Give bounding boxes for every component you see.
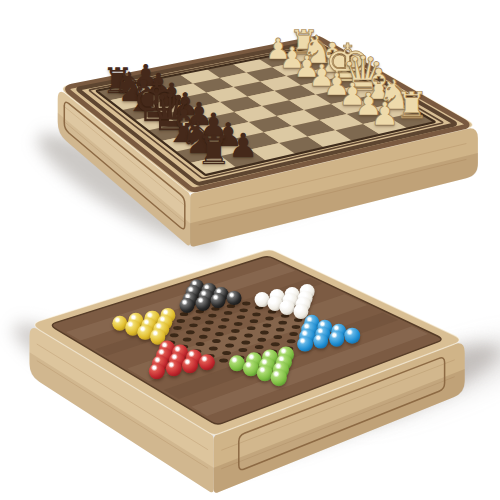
board-hole <box>189 292 197 296</box>
board-hole <box>321 327 330 331</box>
board-hole <box>205 321 214 325</box>
board-hole <box>214 300 222 304</box>
board-hole <box>260 331 269 335</box>
board-hole <box>199 303 207 307</box>
board-hole <box>176 352 185 356</box>
board-hole <box>282 354 291 358</box>
board-hole <box>196 310 204 314</box>
board-hole <box>230 298 238 302</box>
board-hole <box>128 327 137 331</box>
board-hole <box>274 335 283 339</box>
board-hole <box>152 371 161 375</box>
board-hole <box>276 328 285 332</box>
board-hole <box>288 294 296 298</box>
board-hole <box>180 312 188 316</box>
board-hole <box>301 344 310 348</box>
board-hole <box>274 377 283 381</box>
board-hole <box>203 362 212 366</box>
board-hole <box>249 360 258 364</box>
board-hole <box>208 314 216 318</box>
board-hole <box>221 318 229 322</box>
board-hole <box>186 365 195 369</box>
board-hole <box>268 350 277 354</box>
board-hole <box>145 325 154 329</box>
board-hole <box>148 318 156 322</box>
board-hole <box>242 302 250 306</box>
board-hole <box>173 326 182 330</box>
board-hole <box>202 296 210 300</box>
board-hole <box>183 306 191 310</box>
board-hole <box>234 322 243 326</box>
board-hole <box>279 362 288 366</box>
board-hole <box>169 368 178 372</box>
board-hole <box>287 339 296 343</box>
board-hole <box>170 333 179 337</box>
board-hole <box>206 354 215 358</box>
board-hole <box>173 360 182 364</box>
board-hole <box>199 335 208 339</box>
board-hole <box>157 329 166 333</box>
board-hole <box>177 319 185 323</box>
board-hole <box>183 338 192 342</box>
board-hole <box>193 349 202 353</box>
board-hole <box>225 344 234 348</box>
board-hole <box>305 329 314 333</box>
board-hole <box>292 325 301 329</box>
board-hole <box>222 351 231 355</box>
board-hole <box>278 321 287 325</box>
board-hole <box>215 332 224 336</box>
board-hole <box>301 298 309 302</box>
board-hole <box>263 365 272 369</box>
board-hole <box>217 294 225 298</box>
board-hole <box>316 341 325 345</box>
board-hole <box>156 363 165 367</box>
board-hole <box>189 357 198 361</box>
board-hole <box>277 369 286 373</box>
board-hole <box>196 342 205 346</box>
board-hole <box>161 322 170 326</box>
wooden-game-boxes <box>0 0 500 500</box>
board-hole <box>246 368 255 372</box>
board-hole <box>348 335 357 339</box>
board-hole <box>227 304 235 308</box>
board-hole <box>159 355 168 359</box>
board-hole <box>239 348 248 352</box>
board-hole <box>255 306 263 310</box>
board-hole <box>116 323 125 327</box>
board-hole <box>202 328 211 332</box>
board-hole <box>186 299 194 303</box>
board-hole <box>252 353 261 357</box>
board-hole <box>294 318 302 322</box>
board-hole <box>266 357 275 361</box>
board-hole <box>303 336 312 340</box>
product-photo: ♜♞♝♛♚♝♞♜♟♟♟♟♟♟♟♟♟♟♟♟♟♟♟♟♜♞♝♛♚♝♞♜ <box>0 0 500 500</box>
board-hole <box>132 320 141 324</box>
board-hole <box>154 336 163 340</box>
board-hole <box>233 363 242 367</box>
board-hole <box>228 336 237 340</box>
board-hole <box>189 323 198 327</box>
board-hole <box>299 305 307 309</box>
board-hole <box>289 332 298 336</box>
board-hole <box>319 334 328 338</box>
board-hole <box>268 310 276 314</box>
board-hole <box>231 329 240 333</box>
board-hole <box>286 300 294 304</box>
board-hole <box>219 359 228 363</box>
board-hole <box>283 307 291 311</box>
board-hole <box>334 331 343 335</box>
board-hole <box>271 342 280 346</box>
board-hole <box>252 313 260 317</box>
board-hole <box>141 332 150 336</box>
board-hole <box>186 330 195 334</box>
board-hole <box>296 311 304 315</box>
board-hole <box>224 311 232 315</box>
board-hole <box>247 326 256 330</box>
board-hole <box>250 319 258 323</box>
board-hole <box>258 299 266 303</box>
board-hole <box>209 346 218 350</box>
chess-board <box>58 37 478 247</box>
board-hole <box>273 296 281 300</box>
board-hole <box>163 348 172 352</box>
board-hole <box>332 338 341 342</box>
board-hole <box>263 324 272 328</box>
board-hole <box>240 308 248 312</box>
board-hole <box>236 356 245 360</box>
board-hole <box>303 291 311 295</box>
board-hole <box>284 347 293 351</box>
board-hole <box>211 307 219 311</box>
board-hole <box>241 341 250 345</box>
board-hole <box>258 338 267 342</box>
chinese-checkers-board <box>30 250 465 493</box>
board-hole <box>260 373 269 377</box>
board-hole <box>307 322 316 326</box>
board-hole <box>205 290 213 294</box>
board-hole <box>255 345 264 349</box>
board-hole <box>164 315 172 319</box>
board-hole <box>166 340 175 344</box>
board-hole <box>237 315 245 319</box>
board-hole <box>281 314 289 318</box>
board-hole <box>193 316 201 320</box>
board-hole <box>270 303 278 307</box>
board-hole <box>192 286 200 290</box>
board-hole <box>179 345 188 349</box>
board-hole <box>218 325 227 329</box>
board-hole <box>265 317 273 321</box>
board-hole <box>212 339 221 343</box>
board-hole <box>244 333 253 337</box>
